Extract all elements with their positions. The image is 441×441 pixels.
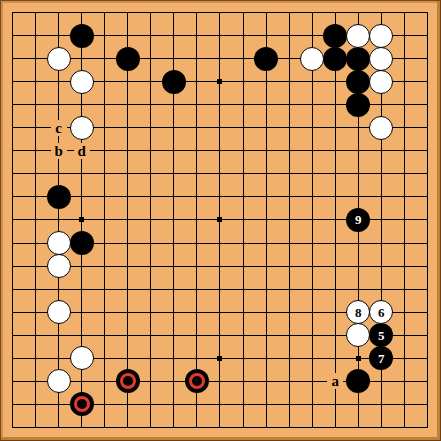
black-stone-Q3 bbox=[346, 369, 370, 393]
white-stone-Q6: 8 bbox=[346, 300, 370, 324]
black-stone-R4: 7 bbox=[369, 346, 393, 370]
white-stone-D14 bbox=[70, 116, 94, 140]
black-stone-F17 bbox=[116, 47, 140, 71]
black-stone-R5: 5 bbox=[369, 323, 393, 347]
white-stone-Q5 bbox=[346, 323, 370, 347]
black-stone-D18 bbox=[70, 24, 94, 48]
grid-line bbox=[12, 289, 428, 290]
black-stone-Q16 bbox=[346, 70, 370, 94]
white-stone-R16 bbox=[369, 70, 393, 94]
white-stone-Q18 bbox=[346, 24, 370, 48]
move-number: 6 bbox=[378, 306, 385, 319]
white-stone-D16 bbox=[70, 70, 94, 94]
black-stone-J3 bbox=[185, 369, 209, 393]
move-number: 7 bbox=[378, 352, 385, 365]
black-stone-Q17 bbox=[346, 47, 370, 71]
black-stone-Q10: 9 bbox=[346, 208, 370, 232]
grid-line bbox=[289, 12, 290, 428]
black-stone-Q15 bbox=[346, 93, 370, 117]
star-point bbox=[217, 79, 222, 84]
white-stone-R6: 6 bbox=[369, 300, 393, 324]
black-stone-M17 bbox=[254, 47, 278, 71]
white-stone-R17 bbox=[369, 47, 393, 71]
white-stone-C9 bbox=[47, 231, 71, 255]
star-point bbox=[217, 356, 222, 361]
go-board: 95786abcd bbox=[0, 0, 441, 441]
white-stone-C3 bbox=[47, 369, 71, 393]
point-label-d: d bbox=[74, 143, 90, 159]
white-stone-O17 bbox=[300, 47, 324, 71]
grid-line bbox=[266, 12, 267, 428]
circle-mark bbox=[189, 373, 205, 389]
grid-line bbox=[427, 12, 428, 428]
point-label-a: a bbox=[327, 373, 343, 389]
move-number: 5 bbox=[378, 329, 385, 342]
grid-line bbox=[12, 266, 428, 267]
grid-line bbox=[12, 427, 428, 428]
black-stone-F3 bbox=[116, 369, 140, 393]
black-stone-D2 bbox=[70, 392, 94, 416]
white-stone-C6 bbox=[47, 300, 71, 324]
grid-line bbox=[335, 12, 336, 428]
circle-mark bbox=[74, 396, 90, 412]
move-number: 9 bbox=[355, 213, 362, 226]
white-stone-D4 bbox=[70, 346, 94, 370]
black-stone-P18 bbox=[323, 24, 347, 48]
star-point bbox=[356, 356, 361, 361]
white-stone-R18 bbox=[369, 24, 393, 48]
grid-line bbox=[404, 12, 405, 428]
circle-mark bbox=[120, 373, 136, 389]
go-diagram: 95786abcd bbox=[0, 0, 441, 441]
white-stone-C8 bbox=[47, 254, 71, 278]
black-stone-D9 bbox=[70, 231, 94, 255]
black-stone-H16 bbox=[162, 70, 186, 94]
point-label-c: c bbox=[51, 120, 67, 136]
black-stone-C11 bbox=[47, 185, 71, 209]
star-point bbox=[217, 217, 222, 222]
point-label-b: b bbox=[51, 143, 67, 159]
black-stone-P17 bbox=[323, 47, 347, 71]
white-stone-C17 bbox=[47, 47, 71, 71]
grid-line bbox=[243, 12, 244, 428]
move-number: 8 bbox=[355, 306, 362, 319]
grid-line bbox=[312, 12, 313, 428]
white-stone-R14 bbox=[369, 116, 393, 140]
star-point bbox=[79, 217, 84, 222]
